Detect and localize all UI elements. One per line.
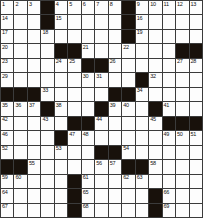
cell[interactable] bbox=[136, 102, 148, 115]
cell[interactable] bbox=[176, 175, 188, 188]
cell[interactable] bbox=[14, 146, 26, 159]
cell[interactable] bbox=[14, 189, 26, 202]
cell[interactable]: 31 bbox=[95, 73, 107, 86]
cell[interactable] bbox=[176, 88, 188, 101]
cell[interactable] bbox=[149, 131, 161, 144]
cell[interactable] bbox=[109, 131, 121, 144]
block-cell bbox=[149, 204, 161, 217]
cell[interactable]: 60 bbox=[14, 175, 26, 188]
cell[interactable] bbox=[190, 102, 202, 115]
cell[interactable] bbox=[55, 88, 67, 101]
cell[interactable]: 20 bbox=[1, 44, 13, 57]
clue-number: 56 bbox=[96, 161, 102, 167]
cell[interactable]: 2 bbox=[14, 1, 26, 14]
clue-number: 15 bbox=[56, 16, 62, 22]
clue-number: 28 bbox=[191, 59, 197, 65]
cell[interactable] bbox=[41, 59, 53, 72]
cell[interactable] bbox=[109, 44, 121, 57]
clue-number: 58 bbox=[150, 161, 156, 167]
cell[interactable]: 64 bbox=[1, 189, 13, 202]
cell[interactable]: 51 bbox=[190, 131, 202, 144]
cell[interactable] bbox=[176, 73, 188, 86]
cell[interactable]: 68 bbox=[82, 204, 94, 217]
block-cell bbox=[82, 117, 94, 130]
clue-number: 44 bbox=[96, 117, 102, 123]
cell[interactable]: 58 bbox=[149, 160, 161, 173]
cell[interactable]: 39 bbox=[109, 102, 121, 115]
cell[interactable] bbox=[95, 88, 107, 101]
cell[interactable] bbox=[28, 44, 40, 57]
cell[interactable] bbox=[122, 204, 134, 217]
cell[interactable] bbox=[41, 146, 53, 159]
cell[interactable]: 30 bbox=[82, 73, 94, 86]
cell[interactable] bbox=[176, 189, 188, 202]
cell[interactable] bbox=[122, 73, 134, 86]
cell[interactable]: 26 bbox=[109, 59, 121, 72]
cell[interactable]: 57 bbox=[109, 160, 121, 173]
clue-number: 50 bbox=[177, 132, 183, 138]
block-cell bbox=[82, 59, 94, 72]
cell[interactable] bbox=[68, 146, 80, 159]
clue-number: 41 bbox=[164, 103, 170, 109]
clue-number: 18 bbox=[42, 30, 48, 36]
cell[interactable]: 65 bbox=[82, 189, 94, 202]
block-cell bbox=[28, 88, 40, 101]
clue-number: 26 bbox=[110, 59, 116, 65]
cell[interactable] bbox=[176, 204, 188, 217]
cell[interactable] bbox=[190, 189, 202, 202]
clue-number: 52 bbox=[2, 146, 8, 152]
cell[interactable]: 37 bbox=[28, 102, 40, 115]
cell[interactable] bbox=[14, 73, 26, 86]
clue-number: 5 bbox=[69, 2, 72, 8]
cell[interactable] bbox=[55, 160, 67, 173]
cell[interactable] bbox=[95, 44, 107, 57]
cell[interactable]: 33 bbox=[41, 88, 53, 101]
clue-number: 46 bbox=[2, 132, 8, 138]
cell[interactable] bbox=[122, 189, 134, 202]
cell[interactable] bbox=[136, 204, 148, 217]
block-cell bbox=[95, 102, 107, 115]
clue-number: 16 bbox=[137, 16, 143, 22]
cell[interactable] bbox=[95, 189, 107, 202]
clue-number: 57 bbox=[110, 161, 116, 167]
cell[interactable] bbox=[41, 189, 53, 202]
clue-number: 14 bbox=[2, 16, 8, 22]
cell[interactable]: 41 bbox=[163, 102, 175, 115]
clue-number: 12 bbox=[177, 2, 183, 8]
cell[interactable] bbox=[41, 131, 53, 144]
cell[interactable] bbox=[68, 30, 80, 43]
cell[interactable] bbox=[28, 15, 40, 28]
cell[interactable] bbox=[55, 117, 67, 130]
cell[interactable] bbox=[68, 102, 80, 115]
clue-number: 22 bbox=[123, 45, 129, 51]
block-cell bbox=[122, 1, 134, 14]
clue-number: 65 bbox=[83, 190, 89, 196]
cell[interactable]: 54 bbox=[122, 146, 134, 159]
cell[interactable] bbox=[176, 160, 188, 173]
block-cell bbox=[122, 15, 134, 28]
cell[interactable] bbox=[190, 88, 202, 101]
cell[interactable] bbox=[28, 59, 40, 72]
block-cell bbox=[68, 204, 80, 217]
cell[interactable]: 27 bbox=[176, 59, 188, 72]
block-cell bbox=[1, 160, 13, 173]
cell[interactable] bbox=[149, 30, 161, 43]
cell[interactable] bbox=[28, 204, 40, 217]
block-cell bbox=[176, 117, 188, 130]
cell[interactable] bbox=[55, 204, 67, 217]
cell[interactable] bbox=[28, 175, 40, 188]
cell[interactable]: 46 bbox=[1, 131, 13, 144]
clue-number: 43 bbox=[42, 117, 48, 123]
cell[interactable]: 59 bbox=[1, 175, 13, 188]
cell[interactable] bbox=[163, 160, 175, 173]
cell[interactable] bbox=[41, 44, 53, 57]
clue-number: 25 bbox=[69, 59, 75, 65]
cell[interactable]: 22 bbox=[122, 44, 134, 57]
clue-number: 47 bbox=[69, 132, 75, 138]
cell[interactable]: 35 bbox=[1, 102, 13, 115]
cell[interactable] bbox=[176, 146, 188, 159]
cell[interactable]: 14 bbox=[1, 15, 13, 28]
clue-number: 31 bbox=[96, 74, 102, 80]
cell[interactable] bbox=[14, 44, 26, 57]
cell[interactable] bbox=[190, 175, 202, 188]
cell[interactable]: 32 bbox=[149, 73, 161, 86]
cell[interactable]: 6 bbox=[82, 1, 94, 14]
cell[interactable] bbox=[122, 131, 134, 144]
cell[interactable] bbox=[109, 189, 121, 202]
cell[interactable] bbox=[95, 175, 107, 188]
clue-number: 39 bbox=[110, 103, 116, 109]
cell[interactable]: 67 bbox=[1, 204, 13, 217]
clue-number: 23 bbox=[2, 59, 8, 65]
clue-number: 9 bbox=[137, 2, 140, 8]
clue-number: 21 bbox=[83, 45, 89, 51]
cell[interactable] bbox=[149, 146, 161, 159]
clue-number: 17 bbox=[2, 30, 8, 36]
cell[interactable] bbox=[14, 59, 26, 72]
cell[interactable] bbox=[109, 204, 121, 217]
clue-number: 63 bbox=[137, 175, 143, 181]
clue-number: 48 bbox=[83, 132, 89, 138]
cell[interactable]: 16 bbox=[136, 15, 148, 28]
clue-number: 55 bbox=[29, 161, 35, 167]
clue-number: 69 bbox=[164, 204, 170, 210]
clue-number: 36 bbox=[15, 103, 21, 109]
cell[interactable] bbox=[82, 146, 94, 159]
clue-number: 59 bbox=[2, 175, 8, 181]
clue-number: 54 bbox=[123, 146, 129, 152]
cell[interactable] bbox=[14, 117, 26, 130]
cell[interactable] bbox=[136, 131, 148, 144]
cell[interactable] bbox=[95, 30, 107, 43]
cell[interactable] bbox=[68, 160, 80, 173]
cell[interactable]: 18 bbox=[41, 30, 53, 43]
block-cell bbox=[41, 102, 53, 115]
cell[interactable] bbox=[28, 131, 40, 144]
cell[interactable] bbox=[163, 59, 175, 72]
cell[interactable] bbox=[28, 117, 40, 130]
block-cell bbox=[14, 160, 26, 173]
cell[interactable] bbox=[82, 15, 94, 28]
cell[interactable]: 4 bbox=[55, 1, 67, 14]
clue-number: 42 bbox=[2, 117, 8, 123]
cell[interactable]: 9 bbox=[136, 1, 148, 14]
block-cell bbox=[190, 117, 202, 130]
cell[interactable] bbox=[95, 131, 107, 144]
cell[interactable]: 69 bbox=[163, 204, 175, 217]
clue-number: 34 bbox=[137, 88, 143, 94]
cell[interactable]: 38 bbox=[55, 102, 67, 115]
clue-number: 24 bbox=[56, 59, 62, 65]
clue-number: 2 bbox=[15, 2, 18, 8]
cell[interactable] bbox=[55, 175, 67, 188]
clue-number: 1 bbox=[2, 2, 5, 8]
cell[interactable] bbox=[41, 160, 53, 173]
cell[interactable]: 52 bbox=[1, 146, 13, 159]
cell[interactable] bbox=[68, 73, 80, 86]
cell[interactable]: 28 bbox=[190, 59, 202, 72]
cell[interactable] bbox=[163, 44, 175, 57]
block-cell bbox=[163, 117, 175, 130]
block-cell bbox=[190, 44, 202, 57]
cell[interactable]: 36 bbox=[14, 102, 26, 115]
block-cell bbox=[109, 88, 121, 101]
cell[interactable] bbox=[109, 175, 121, 188]
cell[interactable] bbox=[149, 88, 161, 101]
cell[interactable] bbox=[28, 146, 40, 159]
clue-number: 8 bbox=[110, 2, 113, 8]
clue-number: 45 bbox=[150, 117, 156, 123]
cell[interactable]: 7 bbox=[95, 1, 107, 14]
block-cell bbox=[136, 73, 148, 86]
cell[interactable]: 48 bbox=[82, 131, 94, 144]
cell[interactable]: 45 bbox=[149, 117, 161, 130]
block-cell bbox=[122, 30, 134, 43]
cell[interactable]: 13 bbox=[190, 1, 202, 14]
block-cell bbox=[176, 44, 188, 57]
cell[interactable] bbox=[68, 88, 80, 101]
cell[interactable] bbox=[82, 30, 94, 43]
cell[interactable] bbox=[55, 30, 67, 43]
cell[interactable] bbox=[149, 175, 161, 188]
cell[interactable]: 15 bbox=[55, 15, 67, 28]
cell[interactable]: 50 bbox=[176, 131, 188, 144]
block-cell bbox=[149, 102, 161, 115]
cell[interactable] bbox=[136, 146, 148, 159]
block-cell bbox=[109, 146, 121, 159]
cell[interactable] bbox=[163, 88, 175, 101]
cell[interactable]: 53 bbox=[55, 146, 67, 159]
cell[interactable] bbox=[190, 204, 202, 217]
clue-number: 40 bbox=[123, 103, 129, 109]
cell[interactable]: 3 bbox=[28, 1, 40, 14]
cell[interactable] bbox=[136, 189, 148, 202]
cell[interactable]: 25 bbox=[68, 59, 80, 72]
clue-number: 35 bbox=[2, 103, 8, 109]
cell[interactable]: 62 bbox=[122, 175, 134, 188]
cell[interactable] bbox=[190, 146, 202, 159]
clue-number: 67 bbox=[2, 204, 8, 210]
clue-number: 6 bbox=[83, 2, 86, 8]
clue-number: 11 bbox=[164, 2, 169, 8]
cell[interactable] bbox=[82, 88, 94, 101]
cell[interactable]: 40 bbox=[122, 102, 134, 115]
clue-number: 27 bbox=[177, 59, 183, 65]
cell[interactable] bbox=[136, 117, 148, 130]
cell[interactable]: 24 bbox=[55, 59, 67, 72]
cell[interactable] bbox=[163, 30, 175, 43]
cell[interactable]: 43 bbox=[41, 117, 53, 130]
cell[interactable]: 12 bbox=[176, 1, 188, 14]
block-cell bbox=[68, 189, 80, 202]
block-cell bbox=[1, 88, 13, 101]
cell[interactable] bbox=[190, 15, 202, 28]
clue-number: 60 bbox=[15, 175, 21, 181]
cell[interactable]: 17 bbox=[1, 30, 13, 43]
cell[interactable]: 42 bbox=[1, 117, 13, 130]
clue-number: 66 bbox=[164, 190, 170, 196]
cell[interactable]: 29 bbox=[1, 73, 13, 86]
cell[interactable] bbox=[14, 131, 26, 144]
cell[interactable] bbox=[149, 15, 161, 28]
cell[interactable]: 66 bbox=[163, 189, 175, 202]
cell[interactable] bbox=[28, 189, 40, 202]
cell[interactable] bbox=[109, 15, 121, 28]
cell[interactable] bbox=[136, 44, 148, 57]
clue-number: 68 bbox=[83, 204, 89, 210]
cell[interactable]: 8 bbox=[109, 1, 121, 14]
cell[interactable] bbox=[95, 15, 107, 28]
cell[interactable]: 10 bbox=[149, 1, 161, 14]
cell[interactable] bbox=[41, 204, 53, 217]
cell[interactable] bbox=[82, 102, 94, 115]
cell[interactable] bbox=[190, 30, 202, 43]
clue-number: 29 bbox=[2, 74, 8, 80]
cell[interactable] bbox=[149, 59, 161, 72]
cell[interactable] bbox=[109, 73, 121, 86]
cell[interactable] bbox=[14, 30, 26, 43]
cell[interactable]: 19 bbox=[136, 30, 148, 43]
cell[interactable]: 34 bbox=[136, 88, 148, 101]
clue-number: 38 bbox=[56, 103, 62, 109]
cell[interactable] bbox=[176, 30, 188, 43]
clue-number: 61 bbox=[83, 175, 89, 181]
block-cell bbox=[41, 1, 53, 14]
cell[interactable] bbox=[163, 146, 175, 159]
cell[interactable]: 49 bbox=[163, 131, 175, 144]
cell[interactable] bbox=[122, 117, 134, 130]
block-cell bbox=[14, 88, 26, 101]
block-cell bbox=[68, 175, 80, 188]
cell[interactable] bbox=[95, 204, 107, 217]
clue-number: 19 bbox=[137, 30, 143, 36]
block-cell bbox=[122, 88, 134, 101]
cell[interactable]: 63 bbox=[136, 175, 148, 188]
cell[interactable] bbox=[55, 73, 67, 86]
clue-number: 20 bbox=[2, 45, 8, 51]
clue-number: 7 bbox=[96, 2, 99, 8]
block-cell bbox=[55, 131, 67, 144]
block-cell bbox=[149, 189, 161, 202]
cell[interactable] bbox=[149, 44, 161, 57]
cell[interactable] bbox=[176, 102, 188, 115]
cell[interactable] bbox=[82, 160, 94, 173]
cell[interactable]: 11 bbox=[163, 1, 175, 14]
block-cell bbox=[95, 146, 107, 159]
cell[interactable]: 1 bbox=[1, 1, 13, 14]
cell[interactable]: 21 bbox=[82, 44, 94, 57]
cell[interactable] bbox=[190, 73, 202, 86]
cell[interactable] bbox=[109, 117, 121, 130]
clue-number: 49 bbox=[164, 132, 170, 138]
cell[interactable] bbox=[122, 59, 134, 72]
clue-number: 53 bbox=[56, 146, 62, 152]
block-cell bbox=[68, 44, 80, 57]
clue-number: 32 bbox=[150, 74, 156, 80]
cell[interactable] bbox=[190, 160, 202, 173]
cell[interactable]: 23 bbox=[1, 59, 13, 72]
cell[interactable] bbox=[28, 30, 40, 43]
cell[interactable] bbox=[68, 15, 80, 28]
block-cell bbox=[55, 44, 67, 57]
cell[interactable] bbox=[163, 175, 175, 188]
clue-number: 13 bbox=[191, 2, 197, 8]
clue-number: 3 bbox=[29, 2, 32, 8]
clue-number: 62 bbox=[123, 175, 129, 181]
block-cell bbox=[136, 160, 148, 173]
clue-number: 37 bbox=[29, 103, 35, 109]
cell[interactable] bbox=[14, 15, 26, 28]
clue-number: 4 bbox=[56, 2, 59, 8]
clue-number: 10 bbox=[150, 2, 156, 8]
cell[interactable]: 55 bbox=[28, 160, 40, 173]
clue-number: 30 bbox=[83, 74, 89, 80]
clue-number: 51 bbox=[191, 132, 197, 138]
cell[interactable] bbox=[176, 15, 188, 28]
block-cell bbox=[68, 117, 80, 130]
cell[interactable]: 56 bbox=[95, 160, 107, 173]
cell[interactable] bbox=[163, 73, 175, 86]
block-cell bbox=[122, 160, 134, 173]
cell[interactable] bbox=[28, 73, 40, 86]
cell[interactable] bbox=[41, 175, 53, 188]
block-cell bbox=[95, 59, 107, 72]
cell[interactable] bbox=[14, 204, 26, 217]
cell[interactable] bbox=[136, 59, 148, 72]
crossword-board: 1234567891011121314151617181920212223242… bbox=[0, 0, 203, 218]
cell[interactable] bbox=[109, 30, 121, 43]
clue-number: 64 bbox=[2, 190, 8, 196]
cell[interactable]: 61 bbox=[82, 175, 94, 188]
cell[interactable] bbox=[163, 15, 175, 28]
block-cell bbox=[41, 15, 53, 28]
cell[interactable]: 47 bbox=[68, 131, 80, 144]
cell[interactable] bbox=[41, 73, 53, 86]
clue-number: 33 bbox=[42, 88, 48, 94]
cell[interactable]: 5 bbox=[68, 1, 80, 14]
cell[interactable]: 44 bbox=[95, 117, 107, 130]
cell[interactable] bbox=[55, 189, 67, 202]
